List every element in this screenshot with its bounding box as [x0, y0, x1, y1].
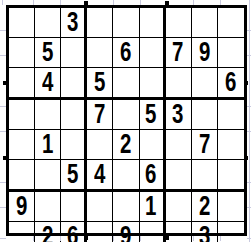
cell-r4c1[interactable]	[9, 100, 35, 130]
spreadsheet-gridline-stub	[0, 131, 6, 132]
spreadsheet-gridline-stub	[247, 238, 251, 239]
given-digit: 2	[120, 130, 131, 159]
spreadsheet-gridline-stub	[247, 207, 251, 208]
cell-r2c8[interactable]: 9	[192, 38, 218, 68]
cell-r7c9[interactable]	[218, 192, 244, 222]
cell-r2c1[interactable]	[9, 38, 35, 68]
given-digit: 5	[94, 68, 105, 97]
cell-r4c7[interactable]: 3	[166, 100, 192, 130]
cell-r6c7[interactable]	[166, 160, 192, 192]
border-notch	[165, 236, 169, 240]
cell-r6c8[interactable]	[192, 160, 218, 192]
spreadsheet-gridline-stub	[247, 131, 251, 132]
cell-r7c8[interactable]: 2	[192, 192, 218, 222]
spreadsheet-gridline-stub	[247, 106, 251, 107]
cell-r6c3[interactable]: 5	[61, 160, 87, 192]
cell-r1c2[interactable]	[35, 8, 61, 38]
spreadsheet-gridline-stub	[0, 182, 6, 183]
cell-r1c1[interactable]	[9, 8, 35, 38]
cell-r2c5[interactable]: 6	[113, 38, 139, 68]
spreadsheet-gridline-stub	[60, 236, 61, 241]
cell-r8c5[interactable]: 9	[113, 222, 139, 242]
cell-r2c6[interactable]	[140, 38, 166, 68]
spreadsheet-gridline-stub	[0, 30, 6, 31]
given-digit: 5	[145, 100, 156, 129]
cell-r4c5[interactable]	[113, 100, 139, 130]
cell-r7c2[interactable]	[35, 192, 61, 222]
cell-r6c9[interactable]	[218, 160, 244, 192]
given-digit: 6	[145, 160, 156, 189]
spreadsheet-gridline-stub	[2, 0, 3, 5]
border-notch	[165, 1, 169, 5]
cell-r1c3[interactable]: 3	[61, 8, 87, 38]
border-notch	[84, 236, 88, 240]
spreadsheet-gridline-stub	[0, 106, 6, 107]
spreadsheet-gridline-stub	[247, 30, 251, 31]
spreadsheet-gridline-stub	[0, 238, 6, 239]
given-digit: 3	[173, 100, 184, 129]
spreadsheet-gridline-stub	[193, 0, 194, 5]
cell-r5c8[interactable]: 7	[192, 130, 218, 160]
given-digit: 1	[42, 130, 53, 159]
given-digit: 7	[199, 130, 210, 159]
spreadsheet-gridline-stub	[249, 0, 250, 242]
spreadsheet-gridline-stub	[60, 0, 61, 5]
cell-r7c6[interactable]: 1	[140, 192, 166, 222]
given-digit: 6	[120, 38, 131, 67]
cell-r6c2[interactable]	[35, 160, 61, 192]
cell-r4c9[interactable]	[218, 100, 244, 130]
cell-r5c2[interactable]: 1	[35, 130, 61, 160]
given-digit: 5	[67, 160, 78, 189]
cell-r5c9[interactable]	[218, 130, 244, 160]
spreadsheet-gridline-stub	[220, 0, 221, 5]
spreadsheet-gridline-stub	[113, 236, 114, 241]
spreadsheet-gridline-stub	[0, 55, 6, 56]
border-notch	[245, 81, 248, 85]
cell-r4c6[interactable]: 5	[140, 100, 166, 130]
cell-r8c7[interactable]	[166, 222, 192, 242]
cell-r1c9[interactable]	[218, 8, 244, 38]
cell-r7c5[interactable]	[113, 192, 139, 222]
cell-r4c3[interactable]	[61, 100, 87, 130]
cell-r3c8[interactable]	[192, 68, 218, 100]
cell-r4c8[interactable]	[192, 100, 218, 130]
given-digit: 2	[199, 192, 210, 221]
spreadsheet-gridline-stub	[193, 236, 194, 241]
cell-r3c3[interactable]	[61, 68, 87, 100]
cell-r1c7[interactable]	[166, 8, 192, 38]
spreadsheet-gridline-stub	[0, 207, 6, 208]
border-notch	[245, 156, 248, 160]
given-digit: 7	[94, 100, 105, 129]
cell-r4c2[interactable]	[35, 100, 61, 130]
cell-r8c1[interactable]	[9, 222, 35, 242]
cell-r6c5[interactable]	[113, 160, 139, 192]
cell-r6c1[interactable]	[9, 160, 35, 192]
cell-r5c1[interactable]	[9, 130, 35, 160]
cell-r3c9[interactable]: 6	[218, 68, 244, 100]
given-digit: 4	[94, 160, 105, 189]
spreadsheet-gridline-stub	[247, 55, 251, 56]
cell-r3c2[interactable]: 4	[35, 68, 61, 100]
cell-r8c2[interactable]: 2	[35, 222, 61, 242]
cell-r3c1[interactable]	[9, 68, 35, 100]
cell-r2c3[interactable]	[61, 38, 87, 68]
given-digit: 4	[42, 68, 53, 97]
cell-r5c3[interactable]	[61, 130, 87, 160]
given-digit: 6	[225, 68, 236, 97]
cell-r5c4[interactable]	[87, 130, 113, 160]
cell-r8c9[interactable]	[218, 222, 244, 242]
border-notch	[3, 81, 6, 85]
cell-r2c7[interactable]: 7	[166, 38, 192, 68]
given-digit: 9	[120, 222, 131, 242]
cell-r3c6[interactable]	[140, 68, 166, 100]
cell-r8c4[interactable]	[87, 222, 113, 242]
cell-r7c3[interactable]	[61, 192, 87, 222]
given-digit: 3	[199, 222, 210, 242]
cell-r7c7[interactable]	[166, 192, 192, 222]
cell-r2c2[interactable]: 5	[35, 38, 61, 68]
given-digit: 3	[67, 8, 78, 37]
cell-r5c5[interactable]: 2	[113, 130, 139, 160]
cell-r7c1[interactable]: 9	[9, 192, 35, 222]
cell-r1c6[interactable]	[140, 8, 166, 38]
spreadsheet-gridline-stub	[33, 0, 34, 5]
cell-r6c6[interactable]: 6	[140, 160, 166, 192]
cell-r8c8[interactable]: 3	[192, 222, 218, 242]
spreadsheet-gridline-stub	[140, 236, 141, 241]
spreadsheet-gridline-stub	[247, 182, 251, 183]
sudoku-board: 3567945675312754691226938	[6, 5, 247, 236]
cell-r1c5[interactable]	[113, 8, 139, 38]
spreadsheet-gridline-stub	[113, 0, 114, 5]
spreadsheet-gridline-stub	[220, 236, 221, 241]
given-digit: 2	[42, 222, 53, 242]
spreadsheet-gridline-stub	[33, 236, 34, 241]
given-digit: 7	[173, 38, 184, 67]
given-digit: 9	[199, 38, 210, 67]
cell-r5c6[interactable]	[140, 130, 166, 160]
given-digit: 6	[67, 222, 78, 242]
border-notch	[84, 1, 88, 5]
cell-r7c4[interactable]	[87, 192, 113, 222]
cell-r3c4[interactable]: 5	[87, 68, 113, 100]
given-digit: 1	[145, 192, 156, 221]
cell-r6c4[interactable]: 4	[87, 160, 113, 192]
cell-r3c7[interactable]	[166, 68, 192, 100]
given-digit: 9	[16, 192, 27, 221]
cell-r4c4[interactable]: 7	[87, 100, 113, 130]
spreadsheet-gridline-stub	[140, 0, 141, 5]
cell-r8c6[interactable]	[140, 222, 166, 242]
cell-r5c7[interactable]	[166, 130, 192, 160]
cell-r2c4[interactable]	[87, 38, 113, 68]
given-digit: 5	[42, 38, 53, 67]
cell-r3c5[interactable]	[113, 68, 139, 100]
border-notch	[3, 156, 6, 160]
spreadsheet-page: 3567945675312754691226938	[0, 0, 251, 242]
cell-r2c9[interactable]	[218, 38, 244, 68]
cell-r1c4[interactable]	[87, 8, 113, 38]
cell-r1c8[interactable]	[192, 8, 218, 38]
